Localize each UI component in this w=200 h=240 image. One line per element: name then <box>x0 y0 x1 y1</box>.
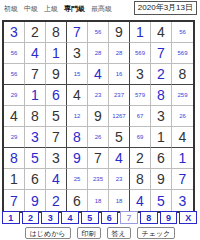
cell-r9c6[interactable]: 18 <box>109 190 130 211</box>
tab-advanced[interactable]: 上級 <box>44 4 58 14</box>
cell-r8c2[interactable]: 6 <box>25 169 46 190</box>
cell-r3c5[interactable]: 4 <box>88 64 109 85</box>
cell-r6c1[interactable]: 29 <box>4 127 25 148</box>
num-button-4[interactable]: 4 <box>61 211 79 224</box>
cell-r4c7[interactable]: 579 <box>130 85 151 106</box>
cell-r8c8[interactable]: 9 <box>151 169 172 190</box>
cell-r5c1[interactable]: 4 <box>4 106 25 127</box>
tab-supreme[interactable]: 最高級 <box>91 4 112 14</box>
cell-r1c2[interactable]: 2 <box>25 22 46 43</box>
cell-r9c3[interactable]: 2 <box>46 190 67 211</box>
cell-r5c5[interactable]: 9 <box>88 106 109 127</box>
cell-r6c8[interactable]: 1 <box>151 127 172 148</box>
cell-r1c8[interactable]: 4 <box>151 22 172 43</box>
cell-r1c1[interactable]: 3 <box>4 22 25 43</box>
cell-r8c5[interactable]: 235 <box>88 169 109 190</box>
cell-r9c2[interactable]: 9 <box>25 190 46 211</box>
cell-r6c6[interactable]: 5 <box>109 127 130 148</box>
cell-r3c2[interactable]: 7 <box>25 64 46 85</box>
answer-button[interactable]: 答え <box>107 227 131 239</box>
cell-r7c2[interactable]: 5 <box>25 148 46 169</box>
cell-r8c9[interactable]: 7 <box>172 169 193 190</box>
cell-r3c9[interactable]: 8 <box>172 64 193 85</box>
header: 初級中級上級専門級最高級 2020年3月13日 <box>0 0 200 19</box>
cell-r1c9[interactable]: 56 <box>172 22 193 43</box>
cell-r9c4[interactable]: 6 <box>67 190 88 211</box>
cell-r5c2[interactable]: 8 <box>25 106 46 127</box>
cell-r3c6[interactable]: 16 <box>109 64 130 85</box>
cell-r8c7[interactable]: 8 <box>130 169 151 190</box>
cell-r4c6[interactable]: 237 <box>109 85 130 106</box>
tab-intermediate[interactable]: 中級 <box>24 4 38 14</box>
cell-r4c1[interactable]: 29 <box>4 85 25 106</box>
cell-r3c7[interactable]: 3 <box>130 64 151 85</box>
cell-r8c4[interactable]: 25 <box>67 169 88 190</box>
num-button-1[interactable]: 1 <box>2 211 20 224</box>
cell-r9c5[interactable]: 18 <box>88 190 109 211</box>
restart-button[interactable]: はじめから <box>25 227 71 239</box>
cell-r4c9[interactable]: 259 <box>172 85 193 106</box>
cell-r7c5[interactable]: 7 <box>88 148 109 169</box>
cell-r1c3[interactable]: 8 <box>46 22 67 43</box>
cell-r7c9[interactable]: 1 <box>172 148 193 169</box>
cell-r2c9[interactable]: 569 <box>172 43 193 64</box>
cell-r8c6[interactable]: 23 <box>109 169 130 190</box>
num-button-5[interactable]: 5 <box>81 211 99 224</box>
cell-r4c3[interactable]: 6 <box>46 85 67 106</box>
num-button-3[interactable]: 3 <box>41 211 59 224</box>
sudoku-board: 3287569145656413282856975695679154163282… <box>2 20 195 213</box>
cell-r1c7[interactable]: 1 <box>130 22 151 43</box>
cell-r6c2[interactable]: 3 <box>25 127 46 148</box>
num-button-8[interactable]: 8 <box>140 211 158 224</box>
cell-r7c3[interactable]: 3 <box>46 148 67 169</box>
cell-r4c8[interactable]: 8 <box>151 85 172 106</box>
cell-r5c8[interactable]: 3 <box>151 106 172 127</box>
cell-r2c3[interactable]: 1 <box>46 43 67 64</box>
cell-r3c3[interactable]: 9 <box>46 64 67 85</box>
cell-r3c8[interactable]: 2 <box>151 64 172 85</box>
cell-r4c4[interactable]: 4 <box>67 85 88 106</box>
cell-r3c1[interactable]: 56 <box>4 64 25 85</box>
number-buttons: 123456789X <box>2 211 197 224</box>
cell-r7c8[interactable]: 6 <box>151 148 172 169</box>
cell-r7c1[interactable]: 8 <box>4 148 25 169</box>
num-button-6[interactable]: 6 <box>101 211 119 224</box>
cell-r4c2[interactable]: 1 <box>25 85 46 106</box>
cell-r1c5[interactable]: 56 <box>88 22 109 43</box>
cell-r6c7[interactable]: 69 <box>130 127 151 148</box>
cell-r9c9[interactable]: 3 <box>172 190 193 211</box>
check-button[interactable]: チェック <box>137 227 176 239</box>
cell-r2c2[interactable]: 4 <box>25 43 46 64</box>
num-button-X[interactable]: X <box>179 211 197 224</box>
cell-r6c9[interactable]: 4 <box>172 127 193 148</box>
num-button-2[interactable]: 2 <box>22 211 40 224</box>
cell-r8c1[interactable]: 1 <box>4 169 25 190</box>
cell-r1c4[interactable]: 7 <box>67 22 88 43</box>
cell-r2c8[interactable]: 7 <box>151 43 172 64</box>
cell-r3c4[interactable]: 15 <box>67 64 88 85</box>
cell-r9c7[interactable]: 4 <box>130 190 151 211</box>
cell-r5c7[interactable]: 67 <box>130 106 151 127</box>
tab-expert[interactable]: 専門級 <box>64 4 85 14</box>
cell-r7c6[interactable]: 4 <box>109 148 130 169</box>
cell-r4c5[interactable]: 23 <box>88 85 109 106</box>
cell-r7c4[interactable]: 9 <box>67 148 88 169</box>
cell-r8c3[interactable]: 4 <box>46 169 67 190</box>
cell-r6c4[interactable]: 8 <box>67 127 88 148</box>
cell-r5c6[interactable]: 1267 <box>109 106 130 127</box>
cell-r5c9[interactable]: 26 <box>172 106 193 127</box>
cell-r1c6[interactable]: 9 <box>109 22 130 43</box>
cell-r7c7[interactable]: 2 <box>130 148 151 169</box>
tab-beginner[interactable]: 初級 <box>4 4 18 14</box>
cell-r9c8[interactable]: 5 <box>151 190 172 211</box>
cell-r2c5[interactable]: 28 <box>88 43 109 64</box>
cell-r2c4[interactable]: 3 <box>67 43 88 64</box>
cell-r5c4[interactable]: 12 <box>67 106 88 127</box>
difficulty-tabs: 初級中級上級専門級最高級 <box>4 4 112 14</box>
cell-r2c7[interactable]: 569 <box>130 43 151 64</box>
cell-r2c1[interactable]: 56 <box>4 43 25 64</box>
cell-r9c1[interactable]: 7 <box>4 190 25 211</box>
print-button[interactable]: 印刷 <box>77 227 101 239</box>
date-box: 2020年3月13日 <box>134 1 197 15</box>
num-button-9[interactable]: 9 <box>160 211 178 224</box>
cell-r5c3[interactable]: 5 <box>46 106 67 127</box>
cell-r6c5[interactable]: 26 <box>88 127 109 148</box>
num-button-7[interactable]: 7 <box>120 211 138 224</box>
cell-r2c6[interactable]: 28 <box>109 43 130 64</box>
cell-r6c3[interactable]: 7 <box>46 127 67 148</box>
action-buttons: はじめから印刷答えチェック <box>0 227 200 239</box>
